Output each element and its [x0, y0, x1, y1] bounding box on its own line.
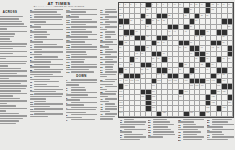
clue-29-across: 29 [0, 51, 27, 55]
clue-57-down: 57 [148, 119, 175, 120]
clue-text-greek [71, 114, 98, 115]
clue-130-across: 130 [66, 46, 97, 52]
newspaper-page: AT TIMES BY ——— ——— / EDITED BY WILL SHO… [0, 0, 235, 150]
clue-text-greek [0, 33, 15, 34]
cell-number: 121 [119, 95, 122, 97]
clue-text-greek [0, 36, 14, 37]
cell-number: 64 [119, 52, 121, 54]
clue-text-greek [105, 106, 117, 107]
clue-text-greek [30, 11, 58, 12]
cell-number: 115 [217, 84, 220, 86]
clue-19-across: 19 [0, 23, 27, 24]
cell-number: 113 [195, 84, 198, 86]
cell-number: 130 [119, 106, 122, 108]
clue-number: 117 [66, 9, 70, 12]
clue-text-greek [100, 29, 107, 30]
clue-text-greek [34, 76, 63, 77]
cell-number: 24 [146, 14, 148, 16]
clue-text-greek [105, 51, 117, 52]
cell-number: 21 [190, 8, 192, 10]
clue-column-3: 1171181191211231251261271281301311331341… [66, 9, 97, 149]
clue-text-greek [212, 121, 229, 122]
clue-text-greek [105, 79, 117, 80]
clue-number: 127 [66, 39, 70, 42]
clue-23-across: 23 [0, 36, 27, 37]
cell-number: 65 [136, 52, 138, 54]
clue-58-across: 58 [0, 123, 27, 124]
clue-text-greek [0, 108, 27, 109]
clue-number: 118 [66, 14, 70, 17]
clue-text-greek [0, 118, 23, 119]
clue-32-down: 32 [100, 61, 117, 65]
clue-12-down: 12 [100, 16, 117, 20]
clue-text-greek [124, 119, 134, 120]
clue-number: 40 [100, 98, 103, 101]
clue-123-across: 123 [66, 26, 97, 30]
clue-26-down: 26 [100, 49, 117, 50]
clue-text-greek [183, 131, 202, 132]
clue-text-greek [30, 74, 54, 75]
clue-text-greek [105, 71, 117, 72]
clue-63-down: 63 [148, 129, 175, 130]
clue-text-greek [66, 69, 89, 70]
cell-number: 89 [179, 68, 181, 70]
clue-text-greek [100, 54, 111, 55]
cell-number: 79 [119, 63, 121, 65]
clue-text-greek [183, 119, 205, 120]
clue-48-across: 48 [0, 98, 27, 99]
clue-text-greek [0, 120, 19, 121]
clue-number: 116 [30, 113, 34, 116]
clue-text-greek [0, 93, 27, 94]
clue-42-down: 42 [100, 106, 117, 107]
clue-text-greek [105, 113, 117, 114]
cell-number: 125 [212, 95, 215, 97]
clue-text-greek [71, 102, 98, 103]
clue-75-down: 75 [178, 131, 204, 132]
clue-text-greek [30, 71, 61, 72]
clue-text-greek [34, 81, 59, 82]
clue-number: 13 [100, 21, 103, 24]
cell-number: 110 [125, 84, 128, 86]
clue-text-greek [71, 119, 96, 120]
clue-117-across: 117 [66, 9, 97, 13]
clue-text-greek [71, 56, 98, 57]
cell-number: 49 [195, 35, 197, 37]
clue-text-greek [30, 49, 43, 50]
cell-number: 97 [217, 73, 219, 75]
clue-text-greek [71, 39, 98, 40]
clue-number: 51 [120, 129, 123, 132]
cell-number: 68 [190, 52, 192, 54]
clue-column-8: 868789919294 [207, 119, 234, 149]
clue-text-greek [105, 91, 117, 92]
clue-text-greek [0, 65, 8, 66]
cell-number: 119 [217, 90, 220, 92]
clue-text-greek [0, 53, 13, 54]
clue-83-down: 83 [178, 139, 204, 140]
clue-text-greek [0, 115, 27, 116]
clue-text-greek [34, 44, 57, 45]
clue-number: 99 [30, 89, 33, 92]
clue-text-greek [153, 129, 172, 130]
clue-text-greek [34, 69, 63, 70]
clue-number: 45 [100, 108, 103, 111]
clue-text-greek [0, 78, 9, 79]
clue-text-greek [30, 54, 42, 55]
clue-55-across: 55 [0, 108, 27, 112]
clue-94-down: 94 [207, 136, 234, 140]
clue-text-greek [207, 139, 228, 140]
clue-text-greek [34, 16, 63, 17]
clue-text-greek [0, 90, 21, 91]
cell-number: 61 [201, 46, 203, 48]
clue-text-greek [100, 24, 110, 25]
clue-number: 6 [66, 102, 67, 105]
cell-number: 80 [130, 63, 132, 65]
clue-81-across: 81 [30, 51, 63, 55]
clue-text-greek [105, 31, 115, 32]
clue-text-greek [0, 100, 27, 101]
clue-text-greek [71, 97, 98, 98]
clue-1-across: 1 [0, 16, 27, 17]
clue-2-down: 2 [66, 87, 97, 88]
clue-text-greek [100, 59, 113, 60]
clue-text-greek [0, 75, 27, 76]
cell-number: 56 [222, 41, 224, 43]
clue-50-down: 50 [120, 121, 146, 127]
cell-number: 111 [152, 84, 155, 86]
clue-number: 30 [100, 56, 103, 59]
clue-text-greek [66, 29, 86, 30]
cell-number: 42 [184, 30, 186, 32]
clue-text-greek [30, 19, 62, 20]
clue-number: 61 [30, 9, 33, 12]
clue-number: 90 [30, 76, 33, 79]
clue-text-greek [0, 61, 27, 62]
clue-34-down: 34 [100, 69, 117, 70]
clue-text-greek [71, 44, 92, 45]
clue-text-greek [105, 49, 114, 50]
clue-text-greek [0, 51, 27, 52]
clue-text-greek [100, 14, 109, 15]
cell-number: 124 [179, 95, 182, 97]
clue-number: 133 [66, 56, 70, 59]
cell-number: 134 [119, 111, 122, 113]
clue-number: 79 [30, 46, 33, 49]
crossword-grid: 1234567891011121314151617181920212223242… [118, 2, 234, 118]
clue-35-down: 35 [100, 71, 117, 77]
cell-number: 50 [201, 35, 203, 37]
cell-number: 46 [130, 35, 132, 37]
cell-number: 78 [228, 57, 230, 59]
clue-7-down: 7 [66, 107, 97, 113]
clue-text-greek [212, 129, 235, 130]
cell-number: 69 [206, 52, 208, 54]
cell-number: 132 [206, 106, 209, 108]
clue-22-across: 22 [0, 31, 27, 35]
clue-column-4: 1011121314151617182026283032333435363738… [100, 9, 117, 149]
clue-54-down: 54 [120, 136, 146, 140]
clue-text-greek [120, 126, 136, 127]
cell-number: 127 [152, 101, 155, 103]
clue-text-greek [124, 129, 146, 130]
clue-71-across: 71 [30, 34, 63, 35]
clue-column-7: 68727375788083 [178, 119, 204, 149]
clue-number: 94 [207, 136, 210, 139]
clue-57-across: 57 [0, 115, 27, 121]
cell-number: 44 [119, 35, 121, 37]
clue-text-greek [0, 46, 26, 47]
clue-text-greek [30, 26, 42, 27]
clue-number: 38 [100, 91, 103, 94]
cell-number: 36 [146, 25, 148, 27]
cell-number: 15 [212, 3, 214, 5]
clue-89-down: 89 [207, 124, 234, 128]
cell-number: 74 [168, 57, 170, 59]
clue-36-down: 36 [100, 79, 117, 85]
clue-text-greek [34, 34, 50, 35]
clue-number: 32 [100, 61, 103, 64]
clue-number: 9 [66, 119, 67, 122]
cell-number: 123 [152, 95, 155, 97]
clue-84-across: 84 [30, 59, 63, 63]
clue-text-greek [0, 123, 16, 124]
clue-text-greek [0, 85, 27, 86]
cell-number: 85 [125, 68, 127, 70]
clue-45-down: 45 [100, 108, 117, 112]
clue-127-across: 127 [66, 39, 97, 43]
clue-text-greek [105, 21, 117, 22]
clue-column-6: 57596062636566 [148, 119, 175, 149]
clue-text-greek [100, 89, 107, 90]
clue-text-greek [66, 109, 96, 110]
clue-34-across: 34 [0, 61, 27, 67]
clue-text-greek [105, 34, 117, 35]
cell-number: 48 [168, 35, 170, 37]
clue-1-down: 1 [66, 79, 97, 85]
cell-number: 2 [125, 3, 126, 5]
clue-text-greek [153, 131, 174, 132]
clue-text-greek [30, 31, 47, 32]
clue-text-greek [0, 56, 27, 57]
cell-number: 1 [119, 3, 120, 5]
clue-column-5: 4950515354 [120, 119, 146, 149]
cell-number: 47 [146, 35, 148, 37]
cell-number: 136 [190, 111, 193, 113]
cell-number: 90 [195, 68, 197, 70]
clue-text-greek [183, 126, 205, 127]
clue-136-across: 136 [66, 66, 97, 70]
cell-number: 72 [152, 57, 154, 59]
cell-number: 106 [184, 79, 187, 81]
clue-number: 136 [66, 66, 70, 69]
clue-13-down: 13 [100, 21, 117, 25]
clue-text-greek [0, 21, 22, 22]
cell-number: 91 [206, 68, 208, 70]
clue-text-greek [0, 23, 24, 24]
cell-number: 82 [184, 63, 186, 65]
clue-text-greek [34, 9, 63, 10]
clue-121-across: 121 [66, 21, 97, 25]
cell-number: 40 [168, 30, 170, 32]
cell-number: 32 [157, 19, 159, 21]
cell-number: 6 [152, 3, 153, 5]
clue-number: 121 [66, 21, 70, 24]
clue-text-greek [66, 41, 85, 42]
clue-text-greek [66, 82, 97, 83]
clue-number: 88 [30, 69, 33, 72]
cell-number: 51 [222, 35, 224, 37]
cell-number: 12 [190, 3, 192, 5]
clue-text-greek [105, 66, 114, 67]
cell-number: 8 [163, 3, 164, 5]
clue-65-down: 65 [148, 131, 175, 132]
clue-text-greek [71, 87, 86, 88]
clue-85-across: 85 [30, 64, 63, 68]
clue-39-across: 39 [0, 75, 27, 79]
clue-3-down: 3 [66, 89, 97, 90]
clue-10-down: 10 [100, 9, 117, 10]
clue-text-greek [71, 9, 98, 10]
clue-number: 20 [100, 44, 103, 47]
clue-number: 81 [30, 51, 33, 54]
clue-27-across: 27 [0, 43, 27, 49]
cell-number: 28 [206, 14, 208, 16]
clue-text-greek [71, 54, 88, 55]
clue-column-2: 6164676970717476777981828485889093969799… [30, 9, 63, 149]
clue-119-across: 119 [66, 19, 97, 20]
clue-15-down: 15 [100, 31, 117, 32]
clue-text-greek [153, 134, 176, 135]
clue-text-greek [207, 126, 223, 127]
clue-44-across: 44 [0, 85, 27, 91]
cell-number: 92 [119, 73, 121, 75]
cell-number: 7 [157, 3, 158, 5]
clue-text-greek [124, 136, 146, 137]
clue-text-greek [0, 63, 26, 64]
clue-number: 130 [66, 46, 70, 49]
clue-text-greek [34, 108, 63, 109]
clue-text-greek [0, 28, 7, 29]
clue-107-across: 107 [30, 101, 63, 102]
clue-134-across: 134 [66, 61, 97, 62]
clue-text-greek [34, 29, 63, 30]
clue-number: 91 [207, 129, 210, 132]
cell-number: 59 [179, 46, 181, 48]
clue-79-across: 79 [30, 46, 63, 50]
cell-number: 99 [119, 79, 121, 81]
cell-number: 58 [146, 46, 148, 48]
clue-number: 89 [207, 124, 210, 127]
clue-16-down: 16 [100, 34, 117, 35]
cell-number: 71 [136, 57, 138, 59]
clue-text-greek [34, 46, 63, 47]
clue-number: 35 [100, 71, 103, 74]
clue-text-greek [34, 36, 47, 37]
clue-number: 69 [30, 24, 33, 27]
cell-number: 137 [206, 111, 209, 113]
clue-text-greek [66, 94, 88, 95]
clue-number: 126 [66, 34, 70, 37]
clue-137-across: 137 [66, 71, 97, 72]
clue-text-greek [105, 16, 117, 17]
clue-text-greek [66, 36, 88, 37]
cell-number: 26 [184, 14, 186, 16]
clue-46-down: 46 [100, 113, 117, 119]
clue-text-greek [34, 56, 58, 57]
clue-text-greek [66, 24, 86, 25]
cell-number: 41 [174, 30, 176, 32]
clue-text-greek [100, 76, 107, 77]
clue-number: 36 [100, 79, 103, 82]
clue-text-greek [34, 14, 61, 15]
clue-76-across: 76 [30, 39, 63, 43]
clue-text-greek [34, 86, 59, 87]
clue-text-greek [34, 51, 63, 52]
cell-number: 13 [195, 3, 197, 5]
cell-number: 54 [163, 41, 165, 43]
clue-text-greek [66, 112, 86, 113]
clue-15-across: 15 [0, 21, 27, 22]
cell-number: 118 [184, 90, 187, 92]
clue-110-across: 110 [30, 108, 63, 112]
clue-text-greek [71, 92, 98, 93]
clue-number: 5 [66, 97, 67, 100]
clue-60-down: 60 [148, 124, 175, 125]
clue-24-across: 24 [0, 38, 27, 39]
clue-text-greek [30, 96, 62, 97]
clue-64-across: 64 [30, 14, 63, 15]
cell-number: 29 [130, 19, 132, 21]
clue-text-greek [66, 84, 79, 85]
clue-text-greek [0, 58, 6, 59]
clue-text-greek [153, 119, 168, 120]
cell-number: 10 [174, 3, 176, 5]
clue-41-down: 41 [100, 103, 117, 104]
clue-text-greek [0, 95, 13, 96]
clue-text-greek [120, 139, 141, 140]
clue-text-greek [0, 110, 6, 111]
cell-number: 17 [222, 3, 224, 5]
cell-number: 94 [157, 73, 159, 75]
cell-number: 81 [152, 63, 154, 65]
clue-text-greek [0, 88, 26, 89]
clue-text-greek [71, 107, 98, 108]
cell-number: 45 [125, 35, 127, 37]
clue-86-down: 86 [207, 119, 234, 120]
clue-92-down: 92 [207, 134, 234, 135]
clue-text-greek [34, 89, 63, 90]
clue-text-greek [71, 61, 84, 62]
clue-text-greek [0, 83, 21, 84]
cell-number: 104 [168, 79, 171, 81]
clue-number: 14 [100, 26, 103, 29]
clue-text-greek [0, 70, 27, 71]
clue-126-across: 126 [66, 34, 97, 38]
clue-text-greek [207, 131, 222, 132]
clue-text-greek [71, 14, 98, 15]
clue-103-across: 103 [30, 93, 63, 99]
clue-text-greek [71, 64, 97, 65]
clue-text-greek [100, 64, 114, 65]
cell-number: 14 [201, 3, 203, 5]
cell-number: 43 [206, 30, 208, 32]
clue-74-across: 74 [30, 36, 63, 37]
clue-text-greek [71, 66, 98, 67]
cell-number: 86 [141, 68, 143, 70]
clue-text-greek [71, 34, 98, 35]
